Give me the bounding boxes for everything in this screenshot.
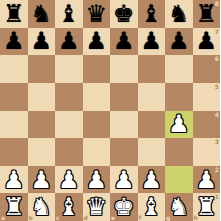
square-f3[interactable] (138, 138, 166, 166)
square-d3[interactable] (83, 138, 111, 166)
square-g1[interactable]: ♞g (165, 193, 193, 221)
file-label-b: b (29, 215, 33, 221)
rank-label-2: 2 (215, 167, 219, 173)
piece-white-knight[interactable]: ♞ (168, 195, 190, 219)
piece-black-rook[interactable]: ♜ (195, 2, 217, 26)
file-label-h: h (194, 215, 198, 221)
square-e8[interactable]: ♚ (110, 0, 138, 28)
square-h3[interactable]: 3 (193, 138, 221, 166)
square-g2[interactable] (165, 166, 193, 194)
square-h7[interactable]: ♟7 (193, 28, 221, 56)
square-b7[interactable]: ♟ (28, 28, 56, 56)
square-g3[interactable] (165, 138, 193, 166)
rank-label-1: 1 (215, 194, 219, 200)
square-b4[interactable] (28, 111, 56, 139)
piece-white-knight[interactable]: ♞ (30, 195, 52, 219)
square-b1[interactable]: ♞b (28, 193, 56, 221)
square-f7[interactable]: ♟ (138, 28, 166, 56)
chess-board: ♜♞♝♛♚♝♞♜8♟♟♟♟♟♟♟♟765♟43♟♟♟♟♟♟♟2♜a♞b♝c♛d♚… (0, 0, 220, 221)
square-b6[interactable] (28, 55, 56, 83)
piece-white-rook[interactable]: ♜ (3, 195, 25, 219)
square-e4[interactable] (110, 111, 138, 139)
piece-black-knight[interactable]: ♞ (168, 2, 190, 26)
square-f1[interactable]: ♝f (138, 193, 166, 221)
square-h6[interactable]: 6 (193, 55, 221, 83)
square-f4[interactable] (138, 111, 166, 139)
square-a3[interactable] (0, 138, 28, 166)
piece-black-queen[interactable]: ♛ (85, 2, 107, 26)
square-c2[interactable]: ♟ (55, 166, 83, 194)
piece-black-pawn[interactable]: ♟ (58, 29, 80, 53)
piece-black-king[interactable]: ♚ (113, 2, 135, 26)
rank-label-3: 3 (215, 139, 219, 145)
piece-white-pawn[interactable]: ♟ (195, 168, 217, 192)
piece-black-bishop[interactable]: ♝ (140, 2, 162, 26)
square-a5[interactable] (0, 83, 28, 111)
file-label-e: e (111, 215, 115, 221)
piece-white-queen[interactable]: ♛ (85, 195, 107, 219)
piece-black-pawn[interactable]: ♟ (168, 29, 190, 53)
square-e2[interactable]: ♟ (110, 166, 138, 194)
piece-white-pawn[interactable]: ♟ (168, 112, 190, 136)
square-c7[interactable]: ♟ (55, 28, 83, 56)
piece-white-bishop[interactable]: ♝ (140, 195, 162, 219)
file-label-f: f (139, 215, 142, 221)
square-d4[interactable] (83, 111, 111, 139)
file-label-a: a (1, 215, 5, 221)
square-h4[interactable]: 4 (193, 111, 221, 139)
square-c5[interactable] (55, 83, 83, 111)
square-c1[interactable]: ♝c (55, 193, 83, 221)
square-f8[interactable]: ♝ (138, 0, 166, 28)
square-b2[interactable]: ♟ (28, 166, 56, 194)
square-h1[interactable]: ♜1h (193, 193, 221, 221)
square-c6[interactable] (55, 55, 83, 83)
rank-label-4: 4 (215, 112, 219, 118)
square-e1[interactable]: ♚e (110, 193, 138, 221)
square-a6[interactable] (0, 55, 28, 83)
square-b3[interactable] (28, 138, 56, 166)
square-b5[interactable] (28, 83, 56, 111)
square-e6[interactable] (110, 55, 138, 83)
square-a2[interactable]: ♟ (0, 166, 28, 194)
square-e7[interactable]: ♟ (110, 28, 138, 56)
square-g8[interactable]: ♞ (165, 0, 193, 28)
square-d6[interactable] (83, 55, 111, 83)
square-b8[interactable]: ♞ (28, 0, 56, 28)
piece-black-pawn[interactable]: ♟ (3, 29, 25, 53)
square-g6[interactable] (165, 55, 193, 83)
square-a1[interactable]: ♜a (0, 193, 28, 221)
square-a7[interactable]: ♟ (0, 28, 28, 56)
piece-white-bishop[interactable]: ♝ (58, 195, 80, 219)
square-h8[interactable]: ♜8 (193, 0, 221, 28)
piece-black-bishop[interactable]: ♝ (58, 2, 80, 26)
piece-white-pawn[interactable]: ♟ (85, 168, 107, 192)
square-f5[interactable] (138, 83, 166, 111)
piece-white-king[interactable]: ♚ (113, 195, 135, 219)
square-g4[interactable]: ♟ (165, 111, 193, 139)
square-f6[interactable] (138, 55, 166, 83)
square-d1[interactable]: ♛d (83, 193, 111, 221)
piece-black-knight[interactable]: ♞ (30, 2, 52, 26)
square-c8[interactable]: ♝ (55, 0, 83, 28)
piece-white-rook[interactable]: ♜ (195, 195, 217, 219)
square-c3[interactable] (55, 138, 83, 166)
square-c4[interactable] (55, 111, 83, 139)
piece-black-pawn[interactable]: ♟ (195, 29, 217, 53)
piece-white-pawn[interactable]: ♟ (3, 168, 25, 192)
file-label-c: c (56, 215, 60, 221)
piece-black-pawn[interactable]: ♟ (113, 29, 135, 53)
piece-black-pawn[interactable]: ♟ (140, 29, 162, 53)
piece-black-pawn[interactable]: ♟ (85, 29, 107, 53)
file-label-g: g (166, 215, 170, 221)
piece-white-pawn[interactable]: ♟ (58, 168, 80, 192)
piece-white-pawn[interactable]: ♟ (113, 168, 135, 192)
square-f2[interactable]: ♟ (138, 166, 166, 194)
square-a8[interactable]: ♜ (0, 0, 28, 28)
square-d7[interactable]: ♟ (83, 28, 111, 56)
square-e5[interactable] (110, 83, 138, 111)
square-d5[interactable] (83, 83, 111, 111)
square-g7[interactable]: ♟ (165, 28, 193, 56)
square-e3[interactable] (110, 138, 138, 166)
piece-black-pawn[interactable]: ♟ (30, 29, 52, 53)
piece-black-rook[interactable]: ♜ (3, 2, 25, 26)
piece-white-pawn[interactable]: ♟ (30, 168, 52, 192)
rank-label-6: 6 (215, 56, 219, 62)
file-label-d: d (84, 215, 88, 221)
piece-white-pawn[interactable]: ♟ (140, 168, 162, 192)
square-d8[interactable]: ♛ (83, 0, 111, 28)
rank-label-5: 5 (215, 84, 219, 90)
rank-label-8: 8 (215, 1, 219, 7)
rank-label-7: 7 (215, 29, 219, 35)
square-d2[interactable]: ♟ (83, 166, 111, 194)
square-a4[interactable] (0, 111, 28, 139)
square-h2[interactable]: ♟2 (193, 166, 221, 194)
square-h5[interactable]: 5 (193, 83, 221, 111)
square-g5[interactable] (165, 83, 193, 111)
